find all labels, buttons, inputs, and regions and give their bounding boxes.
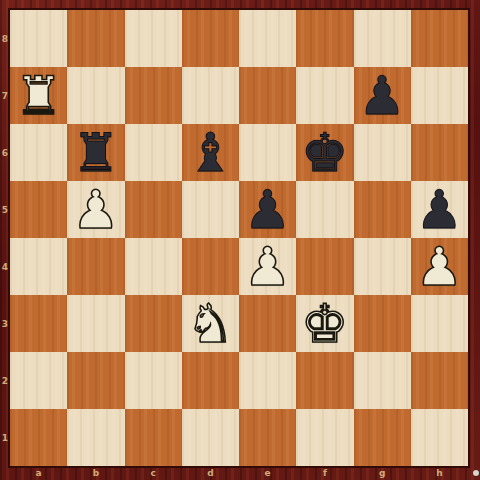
square-b6[interactable]: ♜ <box>67 124 124 181</box>
square-e5[interactable]: ♟ <box>239 181 296 238</box>
square-h1[interactable] <box>411 409 468 466</box>
square-d8[interactable] <box>182 10 239 67</box>
square-a5[interactable] <box>10 181 67 238</box>
piece-black-king-f6[interactable]: ♚ <box>296 124 353 181</box>
square-a3[interactable] <box>10 295 67 352</box>
square-e4[interactable]: ♟ <box>239 238 296 295</box>
file-label-a: a <box>10 466 67 480</box>
rank-label-3: 3 <box>0 295 10 352</box>
square-c8[interactable] <box>125 10 182 67</box>
square-c7[interactable] <box>125 67 182 124</box>
piece-white-rook-a7[interactable]: ♜ <box>10 67 67 124</box>
square-g6[interactable] <box>354 124 411 181</box>
square-g4[interactable] <box>354 238 411 295</box>
square-d2[interactable] <box>182 352 239 409</box>
square-b5[interactable]: ♟ <box>67 181 124 238</box>
file-label-c: c <box>125 466 182 480</box>
rank-labels: 87654321 <box>0 10 10 466</box>
square-f5[interactable] <box>296 181 353 238</box>
chess-board: ♜♟♜♝♚♟♟♟♟♟♞♚ <box>10 10 468 466</box>
piece-black-pawn-h5[interactable]: ♟ <box>411 181 468 238</box>
square-d6[interactable]: ♝ <box>182 124 239 181</box>
rank-label-7: 7 <box>0 67 10 124</box>
square-c5[interactable] <box>125 181 182 238</box>
square-h7[interactable] <box>411 67 468 124</box>
square-a8[interactable] <box>10 10 67 67</box>
file-label-e: e <box>239 466 296 480</box>
square-h2[interactable] <box>411 352 468 409</box>
square-g8[interactable] <box>354 10 411 67</box>
file-label-g: g <box>354 466 411 480</box>
square-a7[interactable]: ♜ <box>10 67 67 124</box>
square-f2[interactable] <box>296 352 353 409</box>
square-b7[interactable] <box>67 67 124 124</box>
square-c6[interactable] <box>125 124 182 181</box>
piece-white-king-f3[interactable]: ♚ <box>296 295 353 352</box>
square-d4[interactable] <box>182 238 239 295</box>
square-a6[interactable] <box>10 124 67 181</box>
rank-label-2: 2 <box>0 352 10 409</box>
piece-white-pawn-h4[interactable]: ♟ <box>411 238 468 295</box>
square-h4[interactable]: ♟ <box>411 238 468 295</box>
file-labels: abcdefgh <box>10 466 468 480</box>
piece-white-pawn-e4[interactable]: ♟ <box>239 238 296 295</box>
square-c1[interactable] <box>125 409 182 466</box>
square-a2[interactable] <box>10 352 67 409</box>
square-g1[interactable] <box>354 409 411 466</box>
square-h5[interactable]: ♟ <box>411 181 468 238</box>
piece-white-pawn-b5[interactable]: ♟ <box>67 181 124 238</box>
piece-black-bishop-d6[interactable]: ♝ <box>182 124 239 181</box>
square-a1[interactable] <box>10 409 67 466</box>
rank-label-8: 8 <box>0 10 10 67</box>
square-g7[interactable]: ♟ <box>354 67 411 124</box>
square-f8[interactable] <box>296 10 353 67</box>
square-f3[interactable]: ♚ <box>296 295 353 352</box>
square-f7[interactable] <box>296 67 353 124</box>
square-g5[interactable] <box>354 181 411 238</box>
square-e3[interactable] <box>239 295 296 352</box>
file-label-d: d <box>182 466 239 480</box>
square-b2[interactable] <box>67 352 124 409</box>
file-label-h: h <box>411 466 468 480</box>
rank-label-4: 4 <box>0 238 10 295</box>
square-e2[interactable] <box>239 352 296 409</box>
square-c2[interactable] <box>125 352 182 409</box>
file-label-b: b <box>67 466 124 480</box>
square-e1[interactable] <box>239 409 296 466</box>
square-f4[interactable] <box>296 238 353 295</box>
chess-diagram: ♜♟♜♝♚♟♟♟♟♟♞♚ 87654321 abcdefgh <box>0 0 480 480</box>
square-d3[interactable]: ♞ <box>182 295 239 352</box>
square-d1[interactable] <box>182 409 239 466</box>
square-b8[interactable] <box>67 10 124 67</box>
square-h3[interactable] <box>411 295 468 352</box>
rank-label-6: 6 <box>0 124 10 181</box>
square-b4[interactable] <box>67 238 124 295</box>
piece-white-knight-d3[interactable]: ♞ <box>182 295 239 352</box>
square-g3[interactable] <box>354 295 411 352</box>
square-a4[interactable] <box>10 238 67 295</box>
square-e7[interactable] <box>239 67 296 124</box>
piece-black-pawn-e5[interactable]: ♟ <box>239 181 296 238</box>
square-b1[interactable] <box>67 409 124 466</box>
rank-label-1: 1 <box>0 409 10 466</box>
square-h6[interactable] <box>411 124 468 181</box>
square-d7[interactable] <box>182 67 239 124</box>
square-e6[interactable] <box>239 124 296 181</box>
square-c4[interactable] <box>125 238 182 295</box>
file-label-f: f <box>296 466 353 480</box>
piece-black-rook-b6[interactable]: ♜ <box>67 124 124 181</box>
rank-label-5: 5 <box>0 181 10 238</box>
square-d5[interactable] <box>182 181 239 238</box>
square-c3[interactable] <box>125 295 182 352</box>
square-f1[interactable] <box>296 409 353 466</box>
piece-black-pawn-g7[interactable]: ♟ <box>354 67 411 124</box>
square-h8[interactable] <box>411 10 468 67</box>
square-g2[interactable] <box>354 352 411 409</box>
corner-dot <box>473 470 479 476</box>
square-e8[interactable] <box>239 10 296 67</box>
square-f6[interactable]: ♚ <box>296 124 353 181</box>
square-b3[interactable] <box>67 295 124 352</box>
